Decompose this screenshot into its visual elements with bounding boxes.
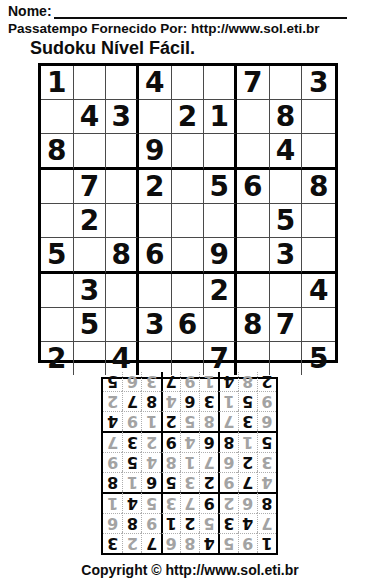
puzzle-cell-r4c7: 6 [237, 170, 270, 204]
puzzle-cell-r5c4 [139, 204, 172, 238]
page-title: Sudoku Nível Fácil. [30, 38, 195, 59]
puzzle-cell-r6c7 [237, 238, 270, 274]
puzzle-cell-r7c2: 3 [74, 274, 107, 308]
solution-cell-r6c6: 9 [161, 431, 180, 452]
solution-cell-r6c5: 4 [180, 431, 199, 452]
puzzle-cell-r1c2 [74, 66, 107, 100]
solution-cell-r2c6: 1 [161, 513, 180, 533]
solution-cell-r3c7: 5 [141, 492, 160, 513]
solution-cell-r3c4: 9 [199, 492, 218, 513]
solution-cell-r6c4: 6 [199, 431, 218, 452]
name-fill-line [54, 3, 347, 19]
solution-cell-r4c9: 8 [103, 472, 122, 492]
puzzle-cell-r7c9: 4 [302, 274, 335, 308]
puzzle-cell-r2c4 [139, 100, 172, 134]
solution-cell-r1c4: 4 [199, 533, 218, 553]
puzzle-cell-r1c3 [106, 66, 139, 100]
puzzle-cell-r1c9: 3 [302, 66, 335, 100]
puzzle-cell-r1c8 [270, 66, 303, 100]
puzzle-cell-r8c6 [204, 308, 237, 342]
puzzle-cell-r2c1 [41, 100, 74, 134]
puzzle-cell-r9c1: 2 [41, 342, 74, 375]
puzzle-cell-r3c7 [237, 134, 270, 170]
copyright-text: Copyright © http://www.sol.eti.br [0, 562, 380, 578]
solution-cell-r3c3: 2 [218, 492, 237, 513]
solution-cell-r2c8: 8 [122, 513, 141, 533]
solution-cell-r9c1: 2 [257, 372, 276, 391]
solution-cell-r2c5: 2 [180, 513, 199, 533]
solution-cell-r6c2: 1 [238, 431, 257, 452]
solution-cell-r2c2: 4 [238, 513, 257, 533]
solution-cell-r3c9: 1 [103, 492, 122, 513]
puzzle-cell-r9c9: 5 [302, 342, 335, 375]
puzzle-cell-r1c5 [172, 66, 205, 100]
puzzle-cell-r6c6: 9 [204, 238, 237, 274]
solution-cell-r8c2: 5 [238, 391, 257, 411]
solution-cell-r8c9: 2 [103, 391, 122, 411]
puzzle-cell-r8c4: 3 [139, 308, 172, 342]
solution-cell-r9c8: 6 [122, 372, 141, 391]
puzzle-cell-r6c9 [302, 238, 335, 274]
sudoku-solution-grid-rotated: 1954867237435219868629735414792356183267… [101, 377, 278, 555]
puzzle-cell-r2c8: 8 [270, 100, 303, 134]
puzzle-cell-r5c3 [106, 204, 139, 238]
solution-cell-r4c8: 1 [122, 472, 141, 492]
puzzle-cell-r7c8 [270, 274, 303, 308]
solution-cell-r4c2: 7 [238, 472, 257, 492]
puzzle-cell-r7c7 [237, 274, 270, 308]
puzzle-cell-r8c5: 6 [172, 308, 205, 342]
puzzle-cell-r9c7 [237, 342, 270, 375]
puzzle-cell-r7c3 [106, 274, 139, 308]
puzzle-cell-r4c4: 2 [139, 170, 172, 204]
solution-cell-r4c7: 6 [141, 472, 160, 492]
solution-cell-r9c6: 7 [161, 372, 180, 391]
solution-cell-r4c1: 4 [257, 472, 276, 492]
puzzle-cell-r9c8 [270, 342, 303, 375]
solution-cell-r7c6: 2 [161, 411, 180, 431]
solution-cell-r3c8: 4 [122, 492, 141, 513]
puzzle-cell-r2c6: 1 [204, 100, 237, 134]
puzzle-cell-r7c6: 2 [204, 274, 237, 308]
solution-cell-r6c1: 5 [257, 431, 276, 452]
puzzle-cell-r7c4 [139, 274, 172, 308]
solution-cell-r8c6: 4 [161, 391, 180, 411]
puzzle-cell-r9c6: 7 [204, 342, 237, 375]
solution-cell-r5c6: 8 [161, 452, 180, 472]
sudoku-puzzle-grid: 147343218894725682558693324536872475 [38, 63, 338, 363]
puzzle-cell-r5c8: 5 [270, 204, 303, 238]
solution-cell-r1c6: 6 [161, 533, 180, 553]
solution-cell-r1c7: 7 [141, 533, 160, 553]
name-label: Nome: [8, 3, 52, 19]
puzzle-cell-r6c8: 3 [270, 238, 303, 274]
puzzle-cell-r2c2: 4 [74, 100, 107, 134]
puzzle-cell-r7c5 [172, 274, 205, 308]
puzzle-cell-r2c5: 2 [172, 100, 205, 134]
solution-cell-r8c3: 1 [218, 391, 237, 411]
puzzle-cell-r8c7: 8 [237, 308, 270, 342]
puzzle-cell-r8c1 [41, 308, 74, 342]
solution-cell-r7c4: 8 [199, 411, 218, 431]
solution-cell-r9c2: 8 [238, 372, 257, 391]
puzzle-cell-r2c7 [237, 100, 270, 134]
solution-cell-r8c8: 7 [122, 391, 141, 411]
puzzle-cell-r2c9 [302, 100, 335, 134]
solution-cell-r3c5: 7 [180, 492, 199, 513]
solution-cell-r5c4: 7 [199, 452, 218, 472]
solution-cell-r1c3: 5 [218, 533, 237, 553]
puzzle-cell-r3c3 [106, 134, 139, 170]
solution-cell-r3c6: 3 [161, 492, 180, 513]
puzzle-cell-r6c2 [74, 238, 107, 274]
solution-cell-r7c3: 7 [218, 411, 237, 431]
solution-cell-r8c4: 3 [199, 391, 218, 411]
solution-cell-r2c7: 9 [141, 513, 160, 533]
puzzle-cell-r4c5 [172, 170, 205, 204]
solution-cell-r1c8: 2 [122, 533, 141, 553]
solution-cell-r1c1: 1 [257, 533, 276, 553]
puzzle-cell-r8c3 [106, 308, 139, 342]
puzzle-cell-r4c1 [41, 170, 74, 204]
puzzle-cell-r5c2: 2 [74, 204, 107, 238]
puzzle-cell-r1c7: 7 [237, 66, 270, 100]
solution-cell-r5c2: 2 [238, 452, 257, 472]
puzzle-cell-r3c8: 4 [270, 134, 303, 170]
name-row: Nome: [8, 3, 347, 19]
puzzle-cell-r9c2 [74, 342, 107, 375]
puzzle-cell-r6c3: 8 [106, 238, 139, 274]
solution-cell-r6c7: 2 [141, 431, 160, 452]
solution-cell-r6c9: 7 [103, 431, 122, 452]
solution-cell-r2c4: 5 [199, 513, 218, 533]
solution-cell-r5c8: 5 [122, 452, 141, 472]
puzzle-cell-r6c5 [172, 238, 205, 274]
puzzle-cell-r4c2: 7 [74, 170, 107, 204]
puzzle-cell-r3c6 [204, 134, 237, 170]
sudoku-worksheet-page: Nome: Passatempo Fornecido Por: http://w… [0, 0, 380, 585]
puzzle-cell-r5c5 [172, 204, 205, 238]
solution-cell-r1c5: 8 [180, 533, 199, 553]
solution-cell-r5c9: 9 [103, 452, 122, 472]
solution-cell-r5c3: 6 [218, 452, 237, 472]
solution-cell-r5c1: 3 [257, 452, 276, 472]
solution-cell-r9c7: 3 [141, 372, 160, 391]
solution-cell-r7c5: 5 [180, 411, 199, 431]
solution-cell-r8c5: 6 [180, 391, 199, 411]
solution-cell-r6c3: 8 [218, 431, 237, 452]
solution-cell-r4c6: 5 [161, 472, 180, 492]
puzzle-cell-r7c1 [41, 274, 74, 308]
solution-cell-r4c5: 3 [180, 472, 199, 492]
puzzle-cell-r8c9 [302, 308, 335, 342]
solution-cell-r1c9: 3 [103, 533, 122, 553]
puzzle-cell-r4c9: 8 [302, 170, 335, 204]
solution-cell-r7c8: 9 [122, 411, 141, 431]
solution-cell-r6c8: 3 [122, 431, 141, 452]
puzzle-cell-r3c4: 9 [139, 134, 172, 170]
solution-cell-r9c5: 9 [180, 372, 199, 391]
solution-cell-r2c3: 3 [218, 513, 237, 533]
solution-cell-r1c2: 9 [238, 533, 257, 553]
puzzle-cell-r6c1: 5 [41, 238, 74, 274]
solution-cell-r5c7: 4 [141, 452, 160, 472]
solution-cell-r2c1: 7 [257, 513, 276, 533]
solution-cell-r8c1: 9 [257, 391, 276, 411]
solution-cell-r3c1: 8 [257, 492, 276, 513]
solution-cell-r9c4: 1 [199, 372, 218, 391]
solution-cell-r3c2: 6 [238, 492, 257, 513]
solution-cell-r7c7: 1 [141, 411, 160, 431]
solution-cell-r9c3: 4 [218, 372, 237, 391]
puzzle-cell-r9c5 [172, 342, 205, 375]
puzzle-cell-r5c7 [237, 204, 270, 238]
puzzle-cell-r9c3: 4 [106, 342, 139, 375]
puzzle-cell-r1c6 [204, 66, 237, 100]
puzzle-cell-r5c9 [302, 204, 335, 238]
puzzle-cell-r4c8 [270, 170, 303, 204]
puzzle-cell-r1c1: 1 [41, 66, 74, 100]
puzzle-cell-r3c9 [302, 134, 335, 170]
puzzle-cell-r8c8: 7 [270, 308, 303, 342]
puzzle-cell-r6c4: 6 [139, 238, 172, 274]
puzzle-cell-r4c6: 5 [204, 170, 237, 204]
puzzle-cell-r3c5 [172, 134, 205, 170]
provided-by-text: Passatempo Fornecido Por: http://www.sol… [8, 21, 320, 36]
solution-cell-r7c9: 4 [103, 411, 122, 431]
solution-cell-r8c7: 8 [141, 391, 160, 411]
solution-cell-r2c9: 6 [103, 513, 122, 533]
puzzle-cell-r4c3 [106, 170, 139, 204]
solution-cell-r4c4: 2 [199, 472, 218, 492]
puzzle-cell-r5c6 [204, 204, 237, 238]
puzzle-cell-r8c2: 5 [74, 308, 107, 342]
puzzle-cell-r9c4 [139, 342, 172, 375]
puzzle-cell-r5c1 [41, 204, 74, 238]
solution-cell-r4c3: 9 [218, 472, 237, 492]
puzzle-cell-r3c1: 8 [41, 134, 74, 170]
puzzle-cell-r3c2 [74, 134, 107, 170]
solution-cell-r9c9: 5 [103, 372, 122, 391]
solution-cell-r7c2: 3 [238, 411, 257, 431]
solution-cell-r5c5: 1 [180, 452, 199, 472]
puzzle-cell-r2c3: 3 [106, 100, 139, 134]
solution-cell-r7c1: 6 [257, 411, 276, 431]
puzzle-cell-r1c4: 4 [139, 66, 172, 100]
